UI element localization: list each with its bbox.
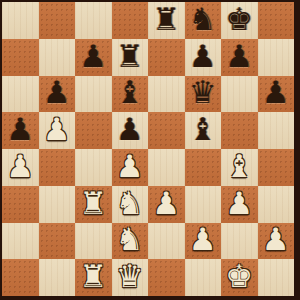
square-f2[interactable]: ♟ bbox=[185, 223, 222, 260]
square-c8[interactable] bbox=[75, 2, 112, 39]
square-h2[interactable]: ♟ bbox=[258, 223, 295, 260]
square-a3[interactable] bbox=[2, 186, 39, 223]
square-h5[interactable] bbox=[258, 112, 295, 149]
square-h8[interactable] bbox=[258, 2, 295, 39]
square-f8[interactable]: ♞ bbox=[185, 2, 222, 39]
square-d1[interactable]: ♛ bbox=[112, 259, 149, 296]
square-c4[interactable] bbox=[75, 149, 112, 186]
square-c1[interactable]: ♜ bbox=[75, 259, 112, 296]
white-queen-d1: ♛ bbox=[116, 261, 144, 292]
square-e2[interactable] bbox=[148, 223, 185, 260]
square-d8[interactable] bbox=[112, 2, 149, 39]
square-d7[interactable]: ♜ bbox=[112, 39, 149, 76]
square-e5[interactable] bbox=[148, 112, 185, 149]
white-pawn-h2: ♟ bbox=[262, 224, 290, 255]
square-a5[interactable]: ♟ bbox=[2, 112, 39, 149]
white-king-g1: ♚ bbox=[225, 261, 253, 292]
square-b3[interactable] bbox=[39, 186, 76, 223]
black-pawn-d5: ♟ bbox=[116, 114, 144, 145]
square-h6[interactable]: ♟ bbox=[258, 76, 295, 113]
square-b7[interactable] bbox=[39, 39, 76, 76]
square-c7[interactable]: ♟ bbox=[75, 39, 112, 76]
square-d3[interactable]: ♞ bbox=[112, 186, 149, 223]
square-g8[interactable]: ♚ bbox=[221, 2, 258, 39]
white-bishop-g4: ♝ bbox=[225, 151, 253, 182]
square-b6[interactable]: ♟ bbox=[39, 76, 76, 113]
square-c5[interactable] bbox=[75, 112, 112, 149]
white-pawn-e3: ♟ bbox=[152, 188, 180, 219]
square-e3[interactable]: ♟ bbox=[148, 186, 185, 223]
square-f4[interactable] bbox=[185, 149, 222, 186]
square-g6[interactable] bbox=[221, 76, 258, 113]
square-a1[interactable] bbox=[2, 259, 39, 296]
square-b4[interactable] bbox=[39, 149, 76, 186]
square-h1[interactable] bbox=[258, 259, 295, 296]
white-pawn-g3: ♟ bbox=[225, 188, 253, 219]
square-c2[interactable] bbox=[75, 223, 112, 260]
square-h7[interactable] bbox=[258, 39, 295, 76]
chess-board: ♜♞♚♟♜♟♟♟♝♛♟♟♟♟♝♟♟♝♜♞♟♟♞♟♟♜♛♚ bbox=[2, 2, 294, 296]
black-bishop-d6: ♝ bbox=[116, 77, 144, 108]
square-c6[interactable] bbox=[75, 76, 112, 113]
square-a6[interactable] bbox=[2, 76, 39, 113]
square-h3[interactable] bbox=[258, 186, 295, 223]
square-e6[interactable] bbox=[148, 76, 185, 113]
square-b5[interactable]: ♟ bbox=[39, 112, 76, 149]
square-g1[interactable]: ♚ bbox=[221, 259, 258, 296]
white-rook-c3: ♜ bbox=[79, 188, 107, 219]
black-rook-d7: ♜ bbox=[116, 41, 144, 72]
square-e4[interactable] bbox=[148, 149, 185, 186]
black-pawn-f7: ♟ bbox=[189, 41, 217, 72]
white-pawn-f2: ♟ bbox=[189, 224, 217, 255]
square-g5[interactable] bbox=[221, 112, 258, 149]
white-rook-c1: ♜ bbox=[79, 261, 107, 292]
square-h4[interactable] bbox=[258, 149, 295, 186]
black-pawn-g7: ♟ bbox=[225, 41, 253, 72]
square-a2[interactable] bbox=[2, 223, 39, 260]
square-g2[interactable] bbox=[221, 223, 258, 260]
square-a8[interactable] bbox=[2, 2, 39, 39]
white-pawn-a4: ♟ bbox=[6, 151, 34, 182]
square-g3[interactable]: ♟ bbox=[221, 186, 258, 223]
black-bishop-f5: ♝ bbox=[189, 114, 217, 145]
white-knight-d3: ♞ bbox=[116, 188, 144, 219]
square-b2[interactable] bbox=[39, 223, 76, 260]
black-queen-f6: ♛ bbox=[189, 77, 217, 108]
square-a4[interactable]: ♟ bbox=[2, 149, 39, 186]
square-e1[interactable] bbox=[148, 259, 185, 296]
black-rook-e8: ♜ bbox=[152, 4, 180, 35]
black-king-g8: ♚ bbox=[225, 4, 253, 35]
square-b1[interactable] bbox=[39, 259, 76, 296]
square-a7[interactable] bbox=[2, 39, 39, 76]
square-f6[interactable]: ♛ bbox=[185, 76, 222, 113]
white-pawn-d4: ♟ bbox=[116, 151, 144, 182]
square-d2[interactable]: ♞ bbox=[112, 223, 149, 260]
black-pawn-h6: ♟ bbox=[262, 77, 290, 108]
square-f1[interactable] bbox=[185, 259, 222, 296]
black-pawn-b6: ♟ bbox=[43, 77, 71, 108]
square-f5[interactable]: ♝ bbox=[185, 112, 222, 149]
black-pawn-a5: ♟ bbox=[6, 114, 34, 145]
square-g4[interactable]: ♝ bbox=[221, 149, 258, 186]
black-knight-f8: ♞ bbox=[189, 4, 217, 35]
square-e7[interactable] bbox=[148, 39, 185, 76]
chessboard-window: ♜♞♚♟♜♟♟♟♝♛♟♟♟♟♝♟♟♝♜♞♟♟♞♟♟♜♛♚ bbox=[0, 0, 300, 300]
square-g7[interactable]: ♟ bbox=[221, 39, 258, 76]
white-knight-d2: ♞ bbox=[116, 224, 144, 255]
square-e8[interactable]: ♜ bbox=[148, 2, 185, 39]
square-c3[interactable]: ♜ bbox=[75, 186, 112, 223]
white-pawn-b5: ♟ bbox=[43, 114, 71, 145]
square-f7[interactable]: ♟ bbox=[185, 39, 222, 76]
black-pawn-c7: ♟ bbox=[79, 41, 107, 72]
square-d4[interactable]: ♟ bbox=[112, 149, 149, 186]
square-b8[interactable] bbox=[39, 2, 76, 39]
square-d6[interactable]: ♝ bbox=[112, 76, 149, 113]
square-d5[interactable]: ♟ bbox=[112, 112, 149, 149]
square-f3[interactable] bbox=[185, 186, 222, 223]
